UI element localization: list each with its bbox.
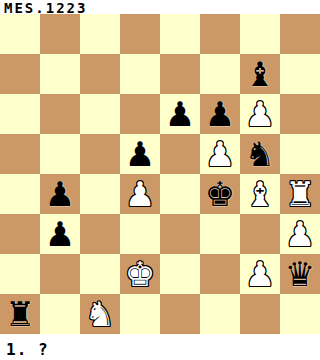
square-c3[interactable] (80, 214, 120, 254)
square-g6[interactable]: ♟ (240, 94, 280, 134)
square-e8[interactable] (160, 14, 200, 54)
chess-board[interactable]: ♝♟♟♟♟♟♞♟♟♚♝♜♟♟♚♟♛♜♞ (0, 14, 320, 334)
square-b4[interactable]: ♟ (40, 174, 80, 214)
square-g8[interactable] (240, 14, 280, 54)
black-pawn[interactable]: ♟ (125, 134, 155, 174)
white-bishop[interactable]: ♝ (245, 174, 275, 214)
square-d2[interactable]: ♚ (120, 254, 160, 294)
square-a3[interactable] (0, 214, 40, 254)
white-king[interactable]: ♚ (125, 254, 155, 294)
white-pawn[interactable]: ♟ (205, 134, 235, 174)
move-prompt: 1. ? (0, 334, 320, 359)
square-b5[interactable] (40, 134, 80, 174)
black-king[interactable]: ♚ (205, 174, 235, 214)
square-e2[interactable] (160, 254, 200, 294)
square-f6[interactable]: ♟ (200, 94, 240, 134)
square-d1[interactable] (120, 294, 160, 334)
square-f7[interactable] (200, 54, 240, 94)
square-f2[interactable] (200, 254, 240, 294)
square-b1[interactable] (40, 294, 80, 334)
square-g3[interactable] (240, 214, 280, 254)
square-c2[interactable] (80, 254, 120, 294)
square-c1[interactable]: ♞ (80, 294, 120, 334)
square-g4[interactable]: ♝ (240, 174, 280, 214)
black-bishop[interactable]: ♝ (245, 54, 275, 94)
square-e4[interactable] (160, 174, 200, 214)
square-d3[interactable] (120, 214, 160, 254)
square-h2[interactable]: ♛ (280, 254, 320, 294)
black-pawn[interactable]: ♟ (205, 94, 235, 134)
white-pawn[interactable]: ♟ (245, 254, 275, 294)
white-pawn[interactable]: ♟ (245, 94, 275, 134)
square-c5[interactable] (80, 134, 120, 174)
square-f5[interactable]: ♟ (200, 134, 240, 174)
square-g7[interactable]: ♝ (240, 54, 280, 94)
black-queen[interactable]: ♛ (285, 254, 315, 294)
square-a2[interactable] (0, 254, 40, 294)
square-h1[interactable] (280, 294, 320, 334)
square-a7[interactable] (0, 54, 40, 94)
square-a5[interactable] (0, 134, 40, 174)
square-f8[interactable] (200, 14, 240, 54)
square-d7[interactable] (120, 54, 160, 94)
white-pawn[interactable]: ♟ (285, 214, 315, 254)
square-g1[interactable] (240, 294, 280, 334)
square-a6[interactable] (0, 94, 40, 134)
square-b7[interactable] (40, 54, 80, 94)
square-h4[interactable]: ♜ (280, 174, 320, 214)
square-c7[interactable] (80, 54, 120, 94)
square-d6[interactable] (120, 94, 160, 134)
square-f3[interactable] (200, 214, 240, 254)
black-pawn[interactable]: ♟ (45, 214, 75, 254)
black-rook[interactable]: ♜ (5, 294, 35, 334)
square-e3[interactable] (160, 214, 200, 254)
white-knight[interactable]: ♞ (85, 294, 115, 334)
square-h5[interactable] (280, 134, 320, 174)
chess-puzzle-window: MES.1223 ♝♟♟♟♟♟♞♟♟♚♝♜♟♟♚♟♛♜♞ 1. ? (0, 0, 320, 359)
square-d5[interactable]: ♟ (120, 134, 160, 174)
square-b2[interactable] (40, 254, 80, 294)
square-b6[interactable] (40, 94, 80, 134)
square-c8[interactable] (80, 14, 120, 54)
square-b3[interactable]: ♟ (40, 214, 80, 254)
black-pawn[interactable]: ♟ (165, 94, 195, 134)
square-g2[interactable]: ♟ (240, 254, 280, 294)
square-f4[interactable]: ♚ (200, 174, 240, 214)
square-h8[interactable] (280, 14, 320, 54)
square-e1[interactable] (160, 294, 200, 334)
square-g5[interactable]: ♞ (240, 134, 280, 174)
square-e7[interactable] (160, 54, 200, 94)
square-b8[interactable] (40, 14, 80, 54)
square-c4[interactable] (80, 174, 120, 214)
white-rook[interactable]: ♜ (285, 174, 315, 214)
square-h3[interactable]: ♟ (280, 214, 320, 254)
square-h7[interactable] (280, 54, 320, 94)
black-knight[interactable]: ♞ (245, 134, 275, 174)
square-h6[interactable] (280, 94, 320, 134)
square-a1[interactable]: ♜ (0, 294, 40, 334)
square-c6[interactable] (80, 94, 120, 134)
square-e5[interactable] (160, 134, 200, 174)
square-a8[interactable] (0, 14, 40, 54)
square-d4[interactable]: ♟ (120, 174, 160, 214)
black-pawn[interactable]: ♟ (45, 174, 75, 214)
white-pawn[interactable]: ♟ (125, 174, 155, 214)
puzzle-id: MES.1223 (0, 0, 320, 14)
square-d8[interactable] (120, 14, 160, 54)
square-f1[interactable] (200, 294, 240, 334)
square-e6[interactable]: ♟ (160, 94, 200, 134)
square-a4[interactable] (0, 174, 40, 214)
